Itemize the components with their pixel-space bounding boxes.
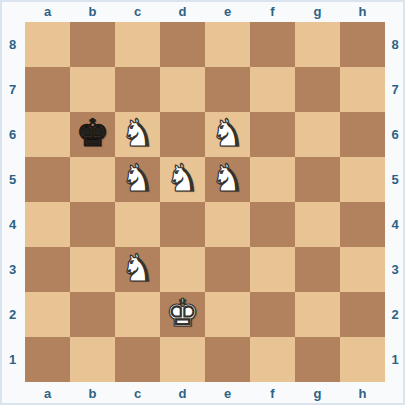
square-e8[interactable] [205,22,250,67]
file-label-f: f [250,382,295,405]
square-a8[interactable] [25,22,70,67]
square-b2[interactable] [70,292,115,337]
square-g1[interactable] [295,337,340,382]
square-c1[interactable] [115,337,160,382]
square-e1[interactable] [205,337,250,382]
piece-white-knight[interactable]: ♞ [120,111,154,156]
square-f5[interactable] [250,157,295,202]
file-labels-top: abcdefgh [25,0,385,22]
square-g8[interactable] [295,22,340,67]
piece-white-knight[interactable]: ♞ [210,156,244,201]
square-f3[interactable] [250,247,295,292]
square-d3[interactable] [160,247,205,292]
square-d5[interactable]: ♞ [160,157,205,202]
file-label-e: e [205,382,250,405]
square-h6[interactable] [340,112,385,157]
rank-label-6: 6 [385,112,405,157]
square-b4[interactable] [70,202,115,247]
square-f8[interactable] [250,22,295,67]
square-h4[interactable] [340,202,385,247]
square-f7[interactable] [250,67,295,112]
square-c5[interactable]: ♞ [115,157,160,202]
file-label-c: c [115,0,160,22]
file-label-c: c [115,382,160,405]
square-h3[interactable] [340,247,385,292]
file-labels-bottom: abcdefgh [25,382,385,405]
square-b8[interactable] [70,22,115,67]
file-label-g: g [295,0,340,22]
rank-label-3: 3 [385,247,405,292]
rank-label-7: 7 [0,67,25,112]
square-d4[interactable] [160,202,205,247]
square-g5[interactable] [295,157,340,202]
square-h1[interactable] [340,337,385,382]
square-c8[interactable] [115,22,160,67]
square-c6[interactable]: ♞ [115,112,160,157]
rank-label-3: 3 [0,247,25,292]
piece-white-knight[interactable]: ♞ [120,156,154,201]
square-b3[interactable] [70,247,115,292]
square-d6[interactable] [160,112,205,157]
file-label-h: h [340,382,385,405]
piece-white-knight[interactable]: ♞ [120,246,154,291]
square-g3[interactable] [295,247,340,292]
file-label-f: f [250,0,295,22]
rank-label-6: 6 [0,112,25,157]
file-label-a: a [25,382,70,405]
rank-label-8: 8 [0,22,25,67]
file-label-d: d [160,382,205,405]
square-e4[interactable] [205,202,250,247]
rank-label-1: 1 [385,337,405,382]
file-label-h: h [340,0,385,22]
file-label-d: d [160,0,205,22]
rank-labels-right: 87654321 [385,22,405,382]
square-d1[interactable] [160,337,205,382]
square-c7[interactable] [115,67,160,112]
piece-white-king[interactable]: ♚ [165,291,199,336]
file-label-e: e [205,0,250,22]
chess-board-widget: abcdefgh abcdefgh 87654321 87654321 ♚♞♞♞… [0,0,405,405]
square-g6[interactable] [295,112,340,157]
square-a1[interactable] [25,337,70,382]
rank-label-4: 4 [0,202,25,247]
square-h5[interactable] [340,157,385,202]
file-label-g: g [295,382,340,405]
square-a2[interactable] [25,292,70,337]
square-b6[interactable]: ♚ [70,112,115,157]
square-f6[interactable] [250,112,295,157]
square-c4[interactable] [115,202,160,247]
file-label-a: a [25,0,70,22]
square-e2[interactable] [205,292,250,337]
rank-label-5: 5 [385,157,405,202]
square-f4[interactable] [250,202,295,247]
piece-white-knight[interactable]: ♞ [165,156,199,201]
square-b1[interactable] [70,337,115,382]
square-e6[interactable]: ♞ [205,112,250,157]
square-h8[interactable] [340,22,385,67]
square-e3[interactable] [205,247,250,292]
rank-label-8: 8 [385,22,405,67]
chess-board: ♚♞♞♞♞♞♞♚ [25,22,385,382]
square-a7[interactable] [25,67,70,112]
square-b5[interactable] [70,157,115,202]
square-a5[interactable] [25,157,70,202]
square-a6[interactable] [25,112,70,157]
square-g2[interactable] [295,292,340,337]
square-g7[interactable] [295,67,340,112]
file-label-b: b [70,382,115,405]
square-d7[interactable] [160,67,205,112]
square-d2[interactable]: ♚ [160,292,205,337]
square-f2[interactable] [250,292,295,337]
square-b7[interactable] [70,67,115,112]
square-g4[interactable] [295,202,340,247]
square-h7[interactable] [340,67,385,112]
square-d8[interactable] [160,22,205,67]
rank-labels-left: 87654321 [0,22,25,382]
rank-label-7: 7 [385,67,405,112]
square-a3[interactable] [25,247,70,292]
square-f1[interactable] [250,337,295,382]
square-e5[interactable]: ♞ [205,157,250,202]
file-label-b: b [70,0,115,22]
rank-label-1: 1 [0,337,25,382]
rank-label-2: 2 [0,292,25,337]
square-c2[interactable] [115,292,160,337]
piece-black-king[interactable]: ♚ [75,111,109,156]
piece-white-knight[interactable]: ♞ [210,111,244,156]
rank-label-2: 2 [385,292,405,337]
square-a4[interactable] [25,202,70,247]
rank-label-5: 5 [0,157,25,202]
square-e7[interactable] [205,67,250,112]
square-h2[interactable] [340,292,385,337]
rank-label-4: 4 [385,202,405,247]
square-c3[interactable]: ♞ [115,247,160,292]
